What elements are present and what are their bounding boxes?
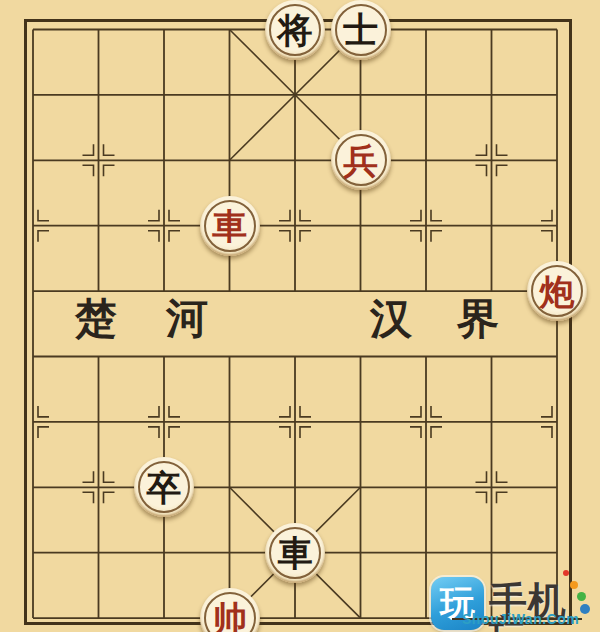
- piece-black-soldier[interactable]: 卒: [134, 457, 194, 517]
- xiangqi-board-screenshot: 楚 河 汉 界 将士兵車炮卒車帅 玩 手机玩 ShouJiWan.Com: [0, 0, 600, 632]
- piece-glyph: 車: [200, 196, 260, 256]
- board-point-4-8: 車: [262, 520, 328, 585]
- board-point-2-7: 卒: [131, 455, 197, 520]
- board-point-4-0: 将: [262, 0, 328, 62]
- board-point-5-2: 兵: [328, 128, 394, 193]
- piece-glyph: 帅: [200, 588, 260, 632]
- piece-red-cannon[interactable]: 炮: [527, 261, 587, 321]
- piece-black-chariot[interactable]: 車: [265, 523, 325, 583]
- piece-black-general[interactable]: 将: [265, 0, 325, 60]
- piece-glyph: 卒: [134, 457, 194, 517]
- piece-glyph: 兵: [331, 130, 391, 190]
- piece-glyph: 車: [265, 523, 325, 583]
- board-point-3-3: 車: [197, 193, 263, 258]
- piece-red-soldier[interactable]: 兵: [331, 130, 391, 190]
- piece-black-advisor[interactable]: 士: [331, 0, 391, 60]
- piece-glyph: 炮: [527, 261, 587, 321]
- piece-glyph: 将: [265, 0, 325, 60]
- piece-red-general[interactable]: 帅: [200, 588, 260, 632]
- board-point-8-4: 炮: [524, 258, 590, 323]
- board-point-3-9: 帅: [197, 585, 263, 632]
- piece-grid: 将士兵車炮卒車帅: [0, 0, 590, 632]
- piece-red-chariot[interactable]: 車: [200, 196, 260, 256]
- board-point-5-0: 士: [328, 0, 394, 62]
- piece-glyph: 士: [331, 0, 391, 60]
